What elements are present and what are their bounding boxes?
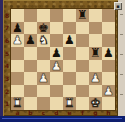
square-g5[interactable]: ♜ <box>89 47 102 60</box>
square-e4[interactable] <box>63 60 76 73</box>
file-label-h: h <box>102 110 115 116</box>
white-rook-a1[interactable]: ♜ <box>12 97 23 110</box>
square-b6[interactable]: ♟ <box>24 34 37 47</box>
square-h2[interactable]: ♟ <box>102 85 115 98</box>
file-label-a: a <box>11 110 24 116</box>
square-g3[interactable]: ♟ <box>89 72 102 85</box>
square-d8[interactable] <box>50 9 63 22</box>
window-control-button[interactable]: ▪ <box>114 2 122 10</box>
white-pawn-d4[interactable]: ♟ <box>51 59 62 72</box>
rank-label-4: 4 <box>3 60 11 73</box>
rank-label-7: 7 <box>3 22 11 35</box>
window-edge-right <box>118 0 125 116</box>
file-label-g: g <box>89 110 102 116</box>
square-f2[interactable] <box>76 85 89 98</box>
square-g8[interactable] <box>89 9 102 22</box>
white-rook-e1[interactable]: ♜ <box>64 97 75 110</box>
rank-labels: 87654321 <box>3 9 11 110</box>
square-e8[interactable] <box>63 9 76 22</box>
rank-label-1: 1 <box>3 97 11 110</box>
square-d3[interactable] <box>50 72 63 85</box>
square-f6[interactable] <box>76 34 89 47</box>
window-edge-mark <box>120 94 123 95</box>
black-pawn-b6[interactable]: ♟ <box>25 34 36 47</box>
rank-label-6: 6 <box>3 34 11 47</box>
white-pawn-h2[interactable]: ♟ <box>103 84 114 97</box>
white-pawn-a6[interactable]: ♟ <box>12 34 23 47</box>
file-label-d: d <box>50 110 63 116</box>
file-label-c: c <box>37 110 50 116</box>
square-c5[interactable] <box>37 47 50 60</box>
file-label-f: f <box>76 110 89 116</box>
square-d2[interactable] <box>50 85 63 98</box>
square-b5[interactable] <box>24 47 37 60</box>
square-d7[interactable] <box>50 22 63 35</box>
black-rook-g5[interactable]: ♜ <box>90 46 101 59</box>
rank-label-3: 3 <box>3 72 11 85</box>
rank-label-8: 8 <box>3 9 11 22</box>
white-pawn-c3[interactable]: ♟ <box>38 72 49 85</box>
square-f4[interactable] <box>76 60 89 73</box>
square-f8[interactable]: ♜ <box>76 9 89 22</box>
square-h7[interactable] <box>102 22 115 35</box>
file-label-b: b <box>24 110 37 116</box>
square-c6[interactable]: ♞ <box>37 34 50 47</box>
square-a6[interactable]: ♟ <box>11 34 24 47</box>
square-b2[interactable] <box>24 85 37 98</box>
square-h8[interactable] <box>102 9 115 22</box>
black-rook-f8[interactable]: ♜ <box>77 9 88 22</box>
window-edge-mark <box>120 34 123 35</box>
rank-label-5: 5 <box>3 47 11 60</box>
square-e5[interactable] <box>63 47 76 60</box>
square-a4[interactable] <box>11 60 24 73</box>
square-d4[interactable]: ♟ <box>50 60 63 73</box>
board: ♜♟♚♟♟♞♟♟♜♟♟♟♟♟♜♜♚ <box>11 9 115 110</box>
square-h4[interactable] <box>102 60 115 73</box>
file-label-e: e <box>63 110 76 116</box>
white-knight-c6[interactable]: ♞ <box>38 34 49 47</box>
white-pawn-g3[interactable]: ♟ <box>90 72 101 85</box>
file-labels: abcdefgh <box>11 110 115 116</box>
rank-label-2: 2 <box>3 85 11 98</box>
square-e3[interactable] <box>63 72 76 85</box>
black-pawn-e6[interactable]: ♟ <box>64 34 75 47</box>
chess-app-window: 87654321 ♜♟♚♟♟♞♟♟♜♟♟♟♟♟♜♜♚ abcdefgh ▪ <box>0 0 125 122</box>
white-king-g1[interactable]: ♚ <box>90 97 101 110</box>
square-a3[interactable] <box>11 72 24 85</box>
square-c3[interactable]: ♟ <box>37 72 50 85</box>
window-edge-mark <box>120 14 123 15</box>
window-edge-bottom <box>0 116 125 122</box>
window-edge-mark <box>120 74 123 75</box>
square-e6[interactable]: ♟ <box>63 34 76 47</box>
square-b4[interactable] <box>24 60 37 73</box>
black-pawn-h5[interactable]: ♟ <box>103 46 114 59</box>
square-c2[interactable] <box>37 85 50 98</box>
square-f7[interactable] <box>76 22 89 35</box>
square-g7[interactable] <box>89 22 102 35</box>
square-b8[interactable] <box>24 9 37 22</box>
window-control-icon: ▪ <box>116 4 119 9</box>
window-edge-mark <box>120 54 123 55</box>
square-h5[interactable]: ♟ <box>102 47 115 60</box>
square-a5[interactable] <box>11 47 24 60</box>
square-f3[interactable] <box>76 72 89 85</box>
square-b3[interactable] <box>24 72 37 85</box>
square-f5[interactable] <box>76 47 89 60</box>
